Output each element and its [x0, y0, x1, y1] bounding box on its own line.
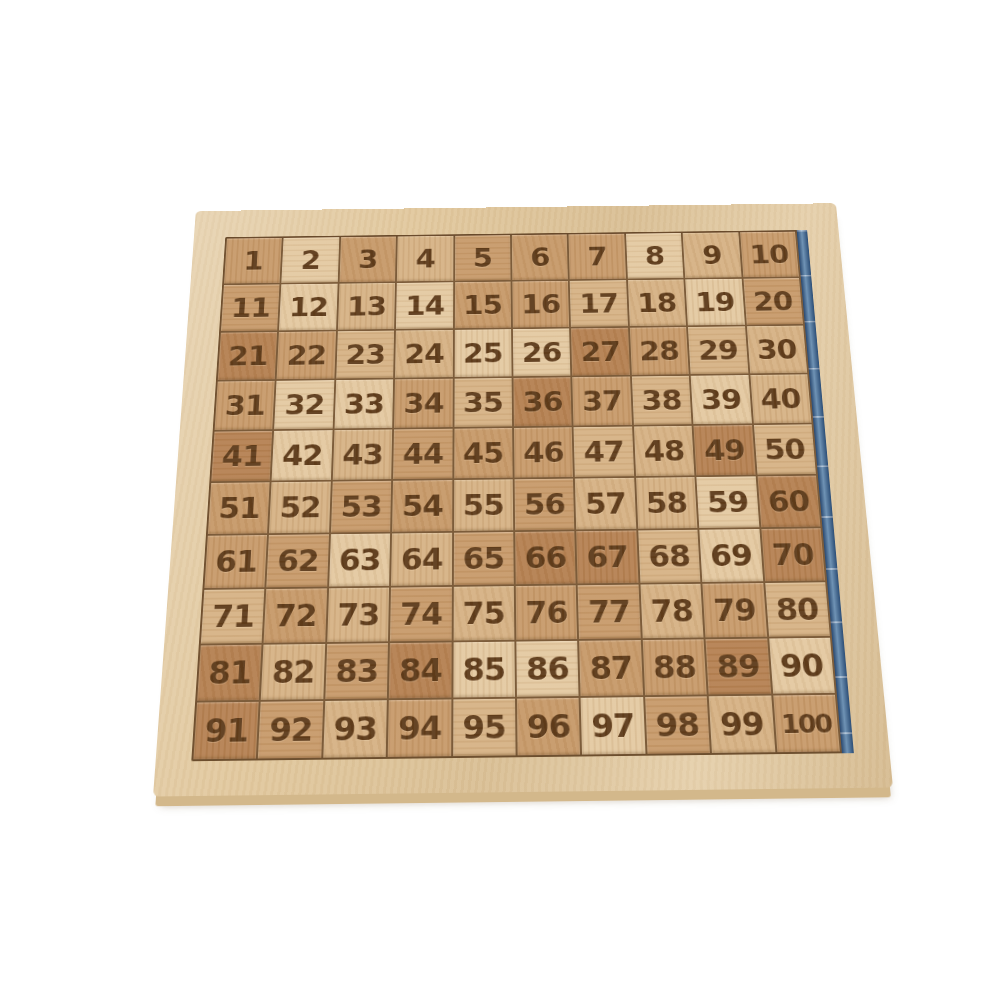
tile-94[interactable]: 94: [388, 699, 451, 756]
tile-22[interactable]: 22: [277, 331, 336, 379]
tile-2[interactable]: 2: [282, 237, 339, 283]
tile-89[interactable]: 89: [706, 639, 771, 695]
tile-58[interactable]: 58: [636, 477, 698, 529]
tile-46[interactable]: 46: [514, 427, 573, 477]
tile-18[interactable]: 18: [628, 279, 686, 326]
tile-82[interactable]: 82: [261, 644, 325, 700]
tile-21[interactable]: 21: [218, 332, 278, 380]
tile-99[interactable]: 99: [709, 696, 775, 753]
tile-28[interactable]: 28: [630, 327, 689, 375]
tile-38[interactable]: 38: [632, 376, 692, 425]
tile-20[interactable]: 20: [743, 278, 803, 325]
tile-43[interactable]: 43: [333, 429, 393, 479]
product-photo: 1234567891011121314151617181920212223242…: [0, 0, 1000, 1000]
tile-30[interactable]: 30: [746, 326, 807, 374]
tile-85[interactable]: 85: [453, 642, 515, 698]
tile-81[interactable]: 81: [197, 645, 262, 701]
tile-37[interactable]: 37: [573, 376, 632, 425]
tile-93[interactable]: 93: [323, 700, 387, 758]
tile-73[interactable]: 73: [327, 588, 389, 642]
tile-78[interactable]: 78: [640, 584, 703, 638]
tile-34[interactable]: 34: [394, 379, 452, 428]
tile-14[interactable]: 14: [396, 282, 453, 329]
tile-7[interactable]: 7: [569, 234, 626, 280]
tile-44[interactable]: 44: [393, 429, 452, 479]
tile-19[interactable]: 19: [685, 279, 744, 326]
tile-10[interactable]: 10: [740, 232, 799, 278]
tile-96[interactable]: 96: [517, 698, 580, 755]
tile-48[interactable]: 48: [634, 426, 695, 476]
tile-45[interactable]: 45: [454, 428, 513, 478]
tile-75[interactable]: 75: [453, 586, 514, 640]
tile-29[interactable]: 29: [688, 326, 748, 374]
tile-57[interactable]: 57: [575, 478, 636, 530]
tile-9[interactable]: 9: [683, 232, 741, 278]
tile-55[interactable]: 55: [454, 479, 514, 531]
tile-100[interactable]: 100: [773, 695, 840, 752]
tile-grid: 1234567891011121314151617181920212223242…: [191, 230, 842, 761]
tile-83[interactable]: 83: [325, 643, 388, 699]
tile-36[interactable]: 36: [513, 377, 572, 426]
tile-1[interactable]: 1: [224, 238, 282, 284]
tile-62[interactable]: 62: [267, 534, 329, 587]
tile-60[interactable]: 60: [757, 476, 820, 528]
tile-90[interactable]: 90: [769, 638, 835, 694]
tile-26[interactable]: 26: [513, 328, 571, 376]
tile-17[interactable]: 17: [570, 280, 628, 327]
tile-41[interactable]: 41: [211, 431, 272, 481]
board-frame: 1234567891011121314151617181920212223242…: [153, 203, 893, 796]
tile-4[interactable]: 4: [397, 236, 453, 282]
tile-59[interactable]: 59: [697, 476, 759, 528]
tile-97[interactable]: 97: [581, 697, 645, 754]
tile-35[interactable]: 35: [454, 378, 512, 427]
tile-51[interactable]: 51: [208, 482, 270, 534]
tile-32[interactable]: 32: [274, 380, 334, 429]
tile-72[interactable]: 72: [264, 588, 327, 642]
tile-6[interactable]: 6: [512, 234, 568, 280]
tile-65[interactable]: 65: [453, 532, 513, 585]
tile-3[interactable]: 3: [339, 237, 396, 283]
tile-61[interactable]: 61: [204, 535, 267, 588]
tile-42[interactable]: 42: [272, 430, 333, 480]
tile-76[interactable]: 76: [516, 585, 578, 639]
tile-54[interactable]: 54: [392, 480, 452, 532]
tile-15[interactable]: 15: [454, 282, 511, 329]
tile-79[interactable]: 79: [703, 583, 767, 637]
tile-74[interactable]: 74: [390, 587, 451, 641]
tile-24[interactable]: 24: [395, 330, 453, 378]
tile-23[interactable]: 23: [336, 331, 394, 379]
tile-56[interactable]: 56: [515, 479, 575, 531]
tile-16[interactable]: 16: [512, 281, 569, 328]
tile-70[interactable]: 70: [761, 528, 825, 581]
tile-27[interactable]: 27: [571, 328, 630, 376]
tile-69[interactable]: 69: [700, 529, 763, 582]
tile-88[interactable]: 88: [643, 639, 707, 695]
tile-33[interactable]: 33: [334, 379, 393, 428]
tile-50[interactable]: 50: [754, 424, 816, 474]
tile-87[interactable]: 87: [579, 640, 642, 696]
tile-63[interactable]: 63: [329, 533, 390, 586]
tile-71[interactable]: 71: [201, 589, 265, 644]
tile-8[interactable]: 8: [626, 233, 684, 279]
tile-52[interactable]: 52: [269, 482, 330, 534]
tile-91[interactable]: 91: [193, 702, 259, 760]
tile-53[interactable]: 53: [331, 481, 392, 533]
tile-11[interactable]: 11: [221, 284, 280, 331]
tile-47[interactable]: 47: [574, 427, 634, 477]
tile-68[interactable]: 68: [638, 530, 701, 583]
tile-80[interactable]: 80: [765, 582, 830, 636]
tile-12[interactable]: 12: [279, 284, 337, 331]
tile-49[interactable]: 49: [694, 425, 756, 475]
tile-5[interactable]: 5: [455, 235, 511, 281]
tile-92[interactable]: 92: [258, 701, 323, 759]
tile-98[interactable]: 98: [645, 696, 710, 753]
tile-25[interactable]: 25: [454, 329, 511, 377]
tile-13[interactable]: 13: [338, 283, 395, 330]
tile-31[interactable]: 31: [215, 381, 275, 430]
tile-84[interactable]: 84: [389, 642, 451, 698]
hundred-board: 1234567891011121314151617181920212223242…: [153, 203, 893, 796]
tile-40[interactable]: 40: [750, 374, 812, 423]
tile-95[interactable]: 95: [453, 699, 516, 756]
board-well: 1234567891011121314151617181920212223242…: [191, 230, 854, 761]
tile-67[interactable]: 67: [577, 530, 639, 583]
tile-64[interactable]: 64: [391, 533, 452, 586]
tile-39[interactable]: 39: [691, 375, 752, 424]
tile-66[interactable]: 66: [515, 531, 576, 584]
tile-77[interactable]: 77: [578, 585, 641, 639]
tile-86[interactable]: 86: [516, 641, 579, 697]
